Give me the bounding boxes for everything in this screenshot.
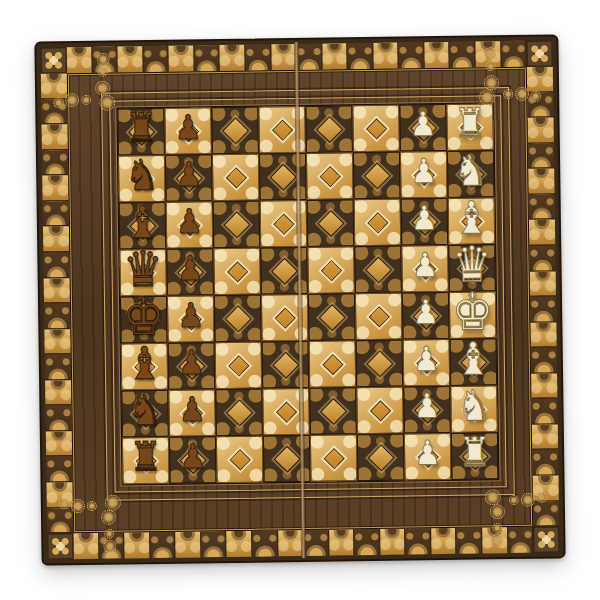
- piece-cell: [215, 342, 263, 390]
- gold-rosette-medallion: [99, 95, 115, 111]
- piece-wP-h2[interactable]: ♟: [414, 436, 441, 470]
- gold-rosette-medallion: [81, 95, 91, 105]
- mosaic-tile: [399, 42, 425, 68]
- gold-rosette-medallion: [485, 489, 501, 505]
- mosaic-tile: [194, 45, 220, 71]
- mosaic-tile: [43, 252, 69, 278]
- gold-rosette-medallion: [490, 534, 503, 547]
- piece-wR-a1[interactable]: ♜: [454, 103, 487, 144]
- piece-cell: [353, 152, 401, 200]
- mosaic-tile: [529, 194, 555, 220]
- piece-wP-e2[interactable]: ♟: [412, 295, 439, 329]
- piece-bB-f8[interactable]: ♝: [126, 340, 162, 385]
- piece-bP-h7[interactable]: ♟: [179, 439, 206, 473]
- mosaic-tile: [424, 42, 450, 68]
- piece-wB-c1[interactable]: ♝: [453, 194, 489, 239]
- piece-cell: [357, 434, 405, 482]
- mosaic-tile: [44, 303, 70, 329]
- mosaic-tile: [528, 169, 554, 195]
- piece-cell: [307, 246, 355, 294]
- mosaic-tile: [530, 322, 556, 348]
- piece-wP-b2[interactable]: ♟: [410, 154, 437, 188]
- piece-wN-b1[interactable]: ♞: [453, 149, 488, 192]
- piece-cell: ♟: [165, 154, 213, 202]
- piece-cell: ♟: [404, 433, 452, 481]
- piece-cell: ♞: [450, 385, 498, 433]
- mosaic-tile: [406, 528, 432, 554]
- mosaic-tile: [380, 529, 406, 555]
- piece-cell: ♞: [121, 390, 169, 438]
- piece-bP-g7[interactable]: ♟: [178, 392, 205, 426]
- mosaic-tile: [118, 46, 144, 72]
- piece-cell: ♟: [167, 295, 215, 343]
- piece-cell: [356, 387, 404, 435]
- piece-wP-a2[interactable]: ♟: [409, 107, 436, 141]
- mosaic-tile: [303, 530, 329, 556]
- gold-rosette-medallion: [87, 501, 97, 511]
- mosaic-tile: [529, 245, 555, 271]
- piece-bB-c8[interactable]: ♝: [124, 199, 160, 244]
- piece-cell: [307, 199, 355, 247]
- mosaic-tile: [43, 201, 69, 227]
- piece-cell: ♝: [450, 338, 498, 386]
- piece-wP-g2[interactable]: ♟: [413, 389, 440, 423]
- mosaic-tile: [42, 150, 68, 176]
- mosaic-tile: [531, 373, 557, 399]
- piece-cell: ♟: [403, 386, 451, 434]
- piece-cell: [259, 153, 307, 201]
- mosaic-tile: [431, 528, 457, 554]
- piece-cell: ♟: [166, 201, 214, 249]
- piece-cell: [354, 199, 402, 247]
- mosaic-tile: [201, 531, 227, 557]
- piece-cell: [213, 248, 261, 296]
- gold-rosette-medallion: [71, 499, 85, 513]
- piece-cell: [262, 341, 310, 389]
- piece-cell: ♟: [402, 292, 450, 340]
- gold-rosette-medallion: [486, 61, 496, 71]
- mosaic-tile: [227, 531, 253, 557]
- mosaic-tile: [150, 532, 176, 558]
- piece-cell: ♟: [401, 198, 449, 246]
- mosaic-tile: [296, 44, 322, 70]
- piece-bP-b7[interactable]: ♟: [175, 157, 202, 191]
- gold-rosette-medallion: [98, 67, 108, 77]
- mosaic-tile: [348, 43, 374, 69]
- piece-bN-g8[interactable]: ♞: [128, 388, 163, 431]
- piece-cell: ♜: [451, 432, 499, 480]
- rosette-chain-top-left: [53, 51, 116, 114]
- piece-cell: [211, 107, 259, 155]
- gold-rosette-medallion: [59, 498, 70, 509]
- mosaic-tile: [531, 348, 557, 374]
- mosaic-tile: [43, 227, 69, 253]
- rosette-chain-bottom-right: [485, 487, 548, 550]
- gold-rosette-medallion: [484, 75, 499, 90]
- mosaic-tile: [373, 43, 399, 69]
- piece-wB-f1[interactable]: ♝: [455, 335, 491, 380]
- piece-cell: ♝: [121, 343, 169, 391]
- gold-rosette-medallion: [515, 87, 529, 101]
- piece-bP-e7[interactable]: ♟: [177, 298, 204, 332]
- mosaic-tile: [530, 271, 556, 297]
- piece-cell: ♟: [168, 342, 216, 390]
- mosaic-tile: [42, 175, 68, 201]
- piece-cell: ♜: [117, 108, 165, 156]
- piece-cell: [261, 294, 309, 342]
- mosaic-tile: [46, 431, 72, 457]
- pieces-layer: ♜♟♟♜♞♟♟♞♝♟♟♝♛♟♟♛♚♟♟♚♝♟♟♝♞♟♟♞♜♟♟♜: [117, 103, 498, 484]
- piece-cell: ♜: [446, 103, 494, 151]
- gold-rosette-medallion: [105, 495, 121, 511]
- piece-cell: [260, 247, 308, 295]
- mosaic-tile: [45, 354, 71, 380]
- gold-rosette-medallion: [101, 510, 116, 525]
- piece-cell: [355, 293, 403, 341]
- piece-bP-d7[interactable]: ♟: [176, 251, 203, 285]
- piece-cell: [354, 246, 402, 294]
- mosaic-tile: [44, 278, 70, 304]
- mosaic-tile: [252, 530, 278, 556]
- piece-cell: ♟: [399, 104, 447, 152]
- gold-rosette-medallion: [103, 540, 116, 553]
- piece-cell: [263, 435, 311, 483]
- mosaic-tile: [529, 220, 555, 246]
- mosaic-tile: [175, 531, 201, 557]
- piece-cell: [305, 105, 353, 153]
- piece-bP-c7[interactable]: ♟: [176, 204, 203, 238]
- mosaic-tile: [532, 424, 558, 450]
- chess-board: ♜♟♟♜♞♟♟♞♝♟♟♝♛♟♟♛♚♟♟♚♝♟♟♝♞♟♟♞♜♟♟♜: [34, 34, 565, 565]
- mosaic-tile: [143, 46, 169, 72]
- rosette-chain-bottom-left: [59, 493, 122, 556]
- mosaic-tile: [329, 529, 355, 555]
- piece-cell: [216, 436, 264, 484]
- mosaic-tile: [220, 45, 246, 71]
- gold-rosette-medallion: [490, 504, 505, 519]
- mosaic-tile: [532, 450, 558, 476]
- piece-bR-a8[interactable]: ♜: [125, 107, 158, 148]
- piece-cell: [258, 106, 306, 154]
- piece-bN-b8[interactable]: ♞: [124, 153, 159, 196]
- mosaic-tile: [528, 143, 554, 169]
- mosaic-tile: [42, 124, 68, 150]
- piece-wN-g1[interactable]: ♞: [457, 384, 492, 427]
- piece-cell: ♟: [164, 107, 212, 155]
- mosaic-tile: [45, 406, 71, 432]
- piece-cell: ♟: [401, 245, 449, 293]
- gold-rosette-medallion: [95, 81, 110, 96]
- mosaic-tile: [169, 45, 195, 71]
- rosette-chain-top-right: [478, 45, 541, 108]
- gold-rosette-medallion: [104, 529, 114, 539]
- mosaic-tile: [245, 44, 271, 70]
- piece-bR-h8[interactable]: ♜: [129, 436, 162, 477]
- mosaic-tile: [322, 43, 348, 69]
- piece-wP-c2[interactable]: ♟: [411, 201, 438, 235]
- gold-rosette-medallion: [536, 492, 547, 503]
- mosaic-tile: [278, 530, 304, 556]
- piece-cell: [213, 201, 261, 249]
- piece-cell: [352, 105, 400, 153]
- piece-cell: ♟: [403, 339, 451, 387]
- gold-rosette-medallion: [483, 47, 496, 60]
- gold-rosette-medallion: [530, 91, 541, 102]
- piece-cell: ♟: [400, 151, 448, 199]
- gold-rosette-medallion: [97, 53, 110, 66]
- piece-bP-f7[interactable]: ♟: [178, 345, 205, 379]
- gold-rosette-medallion: [65, 93, 79, 107]
- piece-cell: ♜: [122, 437, 170, 485]
- piece-cell: [308, 293, 356, 341]
- piece-cell: [310, 434, 358, 482]
- piece-cell: ♟: [169, 436, 217, 484]
- mosaic-tile: [45, 380, 71, 406]
- piece-cell: [212, 154, 260, 202]
- piece-cell: [309, 340, 357, 388]
- mosaic-tile: [124, 532, 150, 558]
- piece-cell: [309, 387, 357, 435]
- mosaic-tile: [44, 329, 70, 355]
- piece-wP-d2[interactable]: ♟: [411, 248, 438, 282]
- piece-wR-h1[interactable]: ♜: [458, 432, 491, 473]
- piece-cell: [306, 152, 354, 200]
- gold-rosette-medallion: [53, 97, 64, 108]
- piece-cell: [356, 340, 404, 388]
- mosaic-tile: [354, 529, 380, 555]
- gold-rosette-medallion: [503, 89, 513, 99]
- mosaic-tile: [457, 527, 483, 553]
- piece-bP-a7[interactable]: ♟: [174, 110, 201, 144]
- piece-cell: [215, 389, 263, 437]
- piece-cell: [214, 295, 262, 343]
- gold-rosette-medallion: [492, 523, 502, 533]
- piece-bK-e8[interactable]: ♚: [123, 290, 165, 342]
- product-photo-background: ♜♟♟♜♞♟♟♞♝♟♟♝♛♟♟♛♚♟♟♚♝♟♟♝♞♟♟♞♜♟♟♜: [0, 0, 600, 600]
- piece-cell: ♟: [168, 389, 216, 437]
- mosaic-tile: [450, 42, 476, 68]
- piece-cell: ♟: [166, 248, 214, 296]
- piece-wP-f2[interactable]: ♟: [413, 342, 440, 376]
- gold-rosette-medallion: [509, 495, 519, 505]
- mosaic-tile: [527, 118, 553, 144]
- mosaic-tile: [46, 457, 72, 483]
- gold-rosette-medallion: [521, 493, 535, 507]
- mosaic-tile: [271, 44, 297, 70]
- piece-cell: [262, 388, 310, 436]
- piece-wK-e1[interactable]: ♚: [452, 285, 494, 337]
- mosaic-tile: [530, 296, 556, 322]
- piece-cell: [260, 200, 308, 248]
- mosaic-tile: [531, 399, 557, 425]
